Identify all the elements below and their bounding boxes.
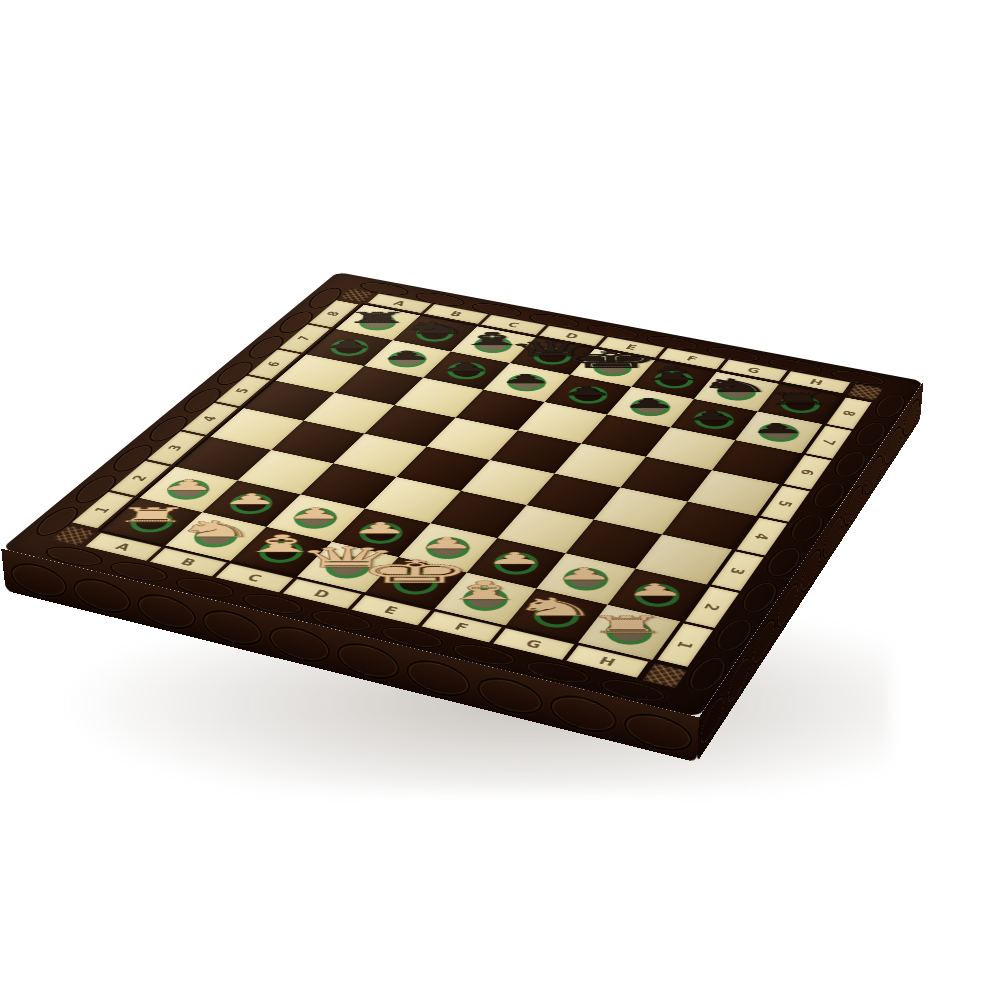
carved-oval-ornament xyxy=(337,637,400,685)
carved-oval-ornament xyxy=(9,558,68,603)
label-text: 4 xyxy=(200,415,221,423)
piece-white-pawn-h2: ♟ xyxy=(623,581,688,598)
piece-black-pawn-g7: ♟ xyxy=(683,409,741,422)
piece-black-pawn-f7: ♟ xyxy=(620,397,677,410)
carved-oval-ornament xyxy=(406,654,470,702)
piece-white-pawn-c2: ♟ xyxy=(284,506,345,521)
piece-black-pawn-a7: ♟ xyxy=(321,338,375,350)
piece-white-knight-g1: ♞ xyxy=(509,595,601,620)
label-text: B xyxy=(448,310,465,318)
piece-black-rook-h8: ♜ xyxy=(760,390,836,407)
piece-black-pawn-b7: ♟ xyxy=(379,349,433,361)
carved-oval-ornament xyxy=(624,707,693,757)
square-e4 xyxy=(461,460,555,505)
label-text: 6 xyxy=(264,360,285,367)
carved-oval-ornament xyxy=(72,573,132,618)
label-text: 7 xyxy=(295,335,315,342)
piece-white-pawn-g2: ♟ xyxy=(553,566,616,583)
carved-oval-ornament xyxy=(268,621,330,668)
square-e3 xyxy=(430,491,526,538)
carved-oval-ornament xyxy=(550,689,617,738)
label-text: H xyxy=(808,377,826,387)
carved-oval-ornament xyxy=(478,672,543,721)
square-f4 xyxy=(527,474,621,520)
label-text: A xyxy=(391,299,408,307)
label-text: 3 xyxy=(726,566,749,576)
label-text: 8 xyxy=(324,310,344,317)
piece-white-pawn-e2: ♟ xyxy=(416,535,477,551)
piece-black-pawn-d7: ♟ xyxy=(498,373,552,386)
scene: ABCDEFGH ABCDEFGH 87654321 87654321 ♜♞♝♛… xyxy=(0,0,1000,1000)
chess-board: ABCDEFGH ABCDEFGH 87654321 87654321 ♜♞♝♛… xyxy=(1,272,923,717)
felt-base xyxy=(521,597,591,634)
square-d3 xyxy=(365,477,461,523)
piece-black-pawn-e7: ♟ xyxy=(559,384,614,397)
carved-oval-ornament xyxy=(136,589,197,635)
piece-black-pawn-h7: ♟ xyxy=(747,422,806,436)
square-f3 xyxy=(497,505,593,553)
chess-set-photo: ABCDEFGH ABCDEFGH 87654321 87654321 ♜♞♝♛… xyxy=(0,0,1000,1000)
piece-black-pawn-c7: ♟ xyxy=(438,361,492,373)
label-text: 3 xyxy=(165,444,187,452)
